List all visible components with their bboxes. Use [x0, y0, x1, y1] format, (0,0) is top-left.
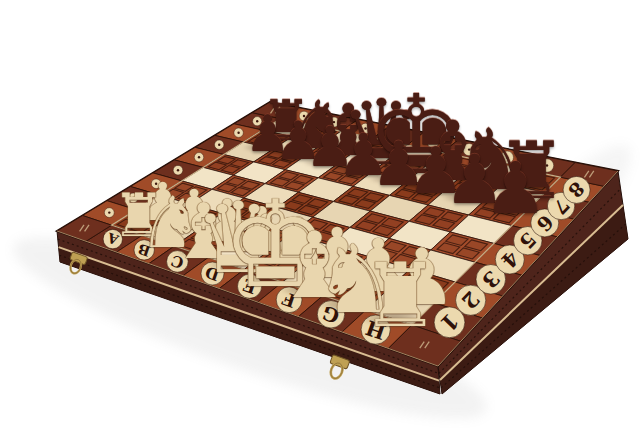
piece-white-rook-h1[interactable]: ♜: [356, 252, 445, 341]
pieces-layer: ♜♞♝♛♚♝♞♜♟♟♟♟♟♟♟♟♟♟♟♟♟♟♟♟♜♞♝♛♚♝♞♜: [0, 0, 640, 440]
piece-black-pawn-h7[interactable]: ♟: [480, 153, 551, 224]
chess-set-photo: ABCDEFGH12345678 ♜♞♝♛♚♝♞♜♟♟♟♟♟♟♟♟♟♟♟♟♟♟♟…: [0, 0, 640, 440]
